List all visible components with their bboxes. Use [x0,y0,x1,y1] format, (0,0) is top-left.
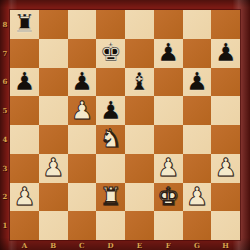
square-a3[interactable] [10,154,39,183]
square-c3[interactable] [68,154,97,183]
rank-label-7: 7 [0,39,10,68]
square-d6[interactable] [96,68,125,97]
rank-label-6: 6 [0,68,10,97]
square-d8[interactable] [96,10,125,39]
square-e3[interactable] [125,154,154,183]
piece-white-pawn[interactable]: ♟ [183,183,212,212]
square-d7[interactable]: ♚ [96,39,125,68]
square-g6[interactable]: ♟ [183,68,212,97]
square-c8[interactable] [68,10,97,39]
square-b6[interactable] [39,68,68,97]
piece-black-pawn[interactable]: ♟ [10,68,39,97]
board-frame: 87654321 ♜♚♟♟♟♟♝♟♟♟♞♟♟♟♟♜♚♟ ABCDEFGH [0,0,250,250]
square-d2[interactable]: ♜ [96,183,125,212]
square-e6[interactable]: ♝ [125,68,154,97]
square-b3[interactable]: ♟ [39,154,68,183]
square-a4[interactable] [10,125,39,154]
square-f2[interactable]: ♚ [154,183,183,212]
rank-label-3: 3 [0,154,10,183]
square-a8[interactable]: ♜ [10,10,39,39]
square-g1[interactable] [183,211,212,240]
piece-black-pawn[interactable]: ♟ [96,96,125,125]
square-h3[interactable]: ♟ [211,154,240,183]
rank-label-4: 4 [0,125,10,154]
square-g4[interactable] [183,125,212,154]
piece-black-rook[interactable]: ♜ [10,10,39,39]
piece-white-pawn[interactable]: ♟ [211,154,240,183]
file-label-b: B [39,240,68,250]
square-e4[interactable] [125,125,154,154]
square-a6[interactable]: ♟ [10,68,39,97]
square-f1[interactable] [154,211,183,240]
piece-black-pawn[interactable]: ♟ [154,39,183,68]
piece-white-knight[interactable]: ♞ [96,125,125,154]
square-h2[interactable] [211,183,240,212]
square-e5[interactable] [125,96,154,125]
chess-board: ♜♚♟♟♟♟♝♟♟♟♞♟♟♟♟♜♚♟ [10,10,240,240]
piece-white-pawn[interactable]: ♟ [10,183,39,212]
square-f8[interactable] [154,10,183,39]
rank-labels: 87654321 [0,10,10,240]
piece-white-king[interactable]: ♚ [154,183,183,212]
piece-black-pawn[interactable]: ♟ [68,68,97,97]
square-f5[interactable] [154,96,183,125]
piece-white-pawn[interactable]: ♟ [68,96,97,125]
square-h6[interactable] [211,68,240,97]
square-d5[interactable]: ♟ [96,96,125,125]
square-h1[interactable] [211,211,240,240]
square-c5[interactable]: ♟ [68,96,97,125]
square-e7[interactable] [125,39,154,68]
file-label-d: D [96,240,125,250]
square-a7[interactable] [10,39,39,68]
piece-black-king[interactable]: ♚ [96,39,125,68]
square-e8[interactable] [125,10,154,39]
square-d1[interactable] [96,211,125,240]
square-d3[interactable] [96,154,125,183]
square-g7[interactable] [183,39,212,68]
square-c6[interactable]: ♟ [68,68,97,97]
square-f3[interactable]: ♟ [154,154,183,183]
file-label-f: F [154,240,183,250]
square-g8[interactable] [183,10,212,39]
rank-label-1: 1 [0,211,10,240]
rank-label-8: 8 [0,10,10,39]
file-label-c: C [68,240,97,250]
file-label-a: A [10,240,39,250]
piece-white-pawn[interactable]: ♟ [39,154,68,183]
square-c7[interactable] [68,39,97,68]
file-label-g: G [183,240,212,250]
square-e1[interactable] [125,211,154,240]
piece-black-pawn[interactable]: ♟ [211,39,240,68]
piece-black-bishop[interactable]: ♝ [125,68,154,97]
square-c1[interactable] [68,211,97,240]
square-b8[interactable] [39,10,68,39]
square-a1[interactable] [10,211,39,240]
piece-white-pawn[interactable]: ♟ [154,154,183,183]
square-h8[interactable] [211,10,240,39]
rank-label-5: 5 [0,96,10,125]
square-c4[interactable] [68,125,97,154]
square-f6[interactable] [154,68,183,97]
file-label-h: H [211,240,240,250]
square-g5[interactable] [183,96,212,125]
square-b4[interactable] [39,125,68,154]
file-labels: ABCDEFGH [10,240,240,250]
file-label-e: E [125,240,154,250]
square-g3[interactable] [183,154,212,183]
square-h5[interactable] [211,96,240,125]
piece-white-rook[interactable]: ♜ [96,183,125,212]
piece-black-pawn[interactable]: ♟ [183,68,212,97]
square-b7[interactable] [39,39,68,68]
square-d4[interactable]: ♞ [96,125,125,154]
rank-label-2: 2 [0,183,10,212]
square-a2[interactable]: ♟ [10,183,39,212]
square-h4[interactable] [211,125,240,154]
square-f7[interactable]: ♟ [154,39,183,68]
square-b5[interactable] [39,96,68,125]
square-c2[interactable] [68,183,97,212]
square-b1[interactable] [39,211,68,240]
square-h7[interactable]: ♟ [211,39,240,68]
square-g2[interactable]: ♟ [183,183,212,212]
square-f4[interactable] [154,125,183,154]
square-b2[interactable] [39,183,68,212]
square-e2[interactable] [125,183,154,212]
square-a5[interactable] [10,96,39,125]
